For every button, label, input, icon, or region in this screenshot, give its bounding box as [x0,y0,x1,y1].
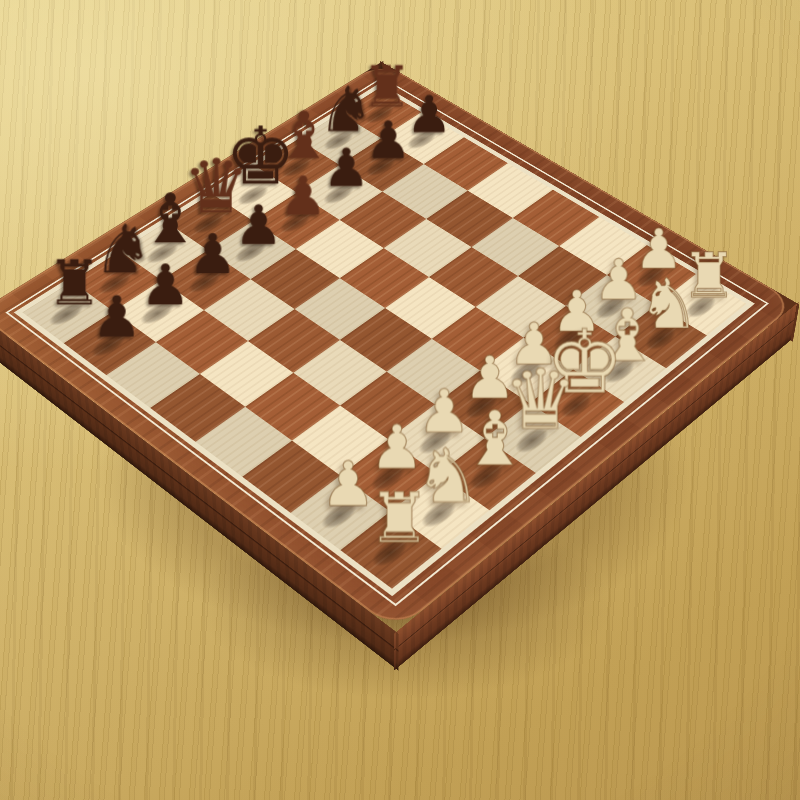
square-a5 [150,374,245,442]
square-b5 [200,341,293,407]
square-a4 [196,407,292,477]
square-d4 [340,308,432,372]
square-c4 [293,340,386,406]
photo-scene: ♜♞♝♛♚♝♞♜♟♟♟♟♟♟♟♟♟♟♟♟♟♟♟♟♜♞♝♛♚♝♞♜ Overhea… [0,0,800,800]
perspective-container: ♜♞♝♛♚♝♞♜♟♟♟♟♟♟♟♟♟♟♟♟♟♟♟♟♜♞♝♛♚♝♞♜ [0,0,800,800]
piece-white-rook: ♜ [332,484,466,553]
square-c5 [248,309,340,373]
piece-black-pawn: ♟ [56,289,178,346]
square-b4 [245,373,340,441]
square-a6 [106,342,200,408]
